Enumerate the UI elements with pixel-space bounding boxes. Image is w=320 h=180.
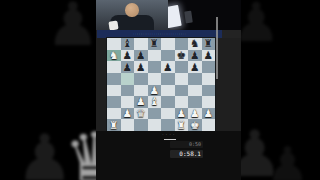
square-g8[interactable]: ♞ (188, 38, 202, 50)
square-f7[interactable]: ♚ (175, 50, 189, 62)
square-g3[interactable] (188, 96, 202, 108)
room-camera (168, 0, 241, 30)
piece-white-pawn[interactable]: ♟ (136, 96, 145, 107)
chess-board[interactable]: ♝♜♞♜♞♟♟♚♟♟♟♟♟♟♟♟♝♟♛♟♟♟♜♜♚ (107, 38, 215, 131)
square-b2[interactable]: ♟ (121, 108, 135, 120)
board-resize-handle[interactable] (216, 17, 218, 79)
piece-black-pawn[interactable]: ♟ (123, 50, 132, 61)
square-f8[interactable] (175, 38, 189, 50)
piece-black-pawn[interactable]: ♟ (190, 62, 199, 73)
move-underline (164, 139, 176, 140)
square-g1[interactable]: ♚ (188, 119, 202, 131)
piece-black-pawn[interactable]: ♟ (204, 50, 213, 61)
square-d8[interactable]: ♜ (148, 38, 162, 50)
piece-white-knight[interactable]: ♞ (109, 50, 118, 61)
square-a6[interactable] (107, 61, 121, 73)
player-clock: 0:58.1 (170, 150, 203, 158)
square-g7[interactable]: ♟ (188, 50, 202, 62)
piece-black-pawn[interactable]: ♟ (136, 62, 145, 73)
square-a3[interactable] (107, 96, 121, 108)
square-e5[interactable] (161, 73, 175, 85)
piece-black-knight[interactable]: ♞ (190, 38, 199, 49)
square-a5[interactable] (107, 73, 121, 85)
opponent-clock: 0:50 (170, 141, 203, 148)
square-d3[interactable]: ♝ (148, 96, 162, 108)
piece-black-bishop[interactable]: ♝ (123, 38, 132, 49)
piece-black-pawn[interactable]: ♟ (163, 62, 172, 73)
piece-black-rook[interactable]: ♜ (204, 38, 213, 49)
square-g2[interactable]: ♟ (188, 108, 202, 120)
square-d1[interactable] (148, 119, 162, 131)
webcam-strip (96, 0, 241, 30)
square-f1[interactable]: ♜ (175, 119, 189, 131)
streamer-webcam (96, 0, 168, 30)
square-d2[interactable] (148, 108, 162, 120)
square-b4[interactable] (121, 85, 135, 97)
square-h3[interactable] (202, 96, 216, 108)
background-pawn-silhouette: ♟ (46, 0, 100, 54)
piece-white-pawn[interactable]: ♟ (177, 108, 186, 119)
piece-white-rook[interactable]: ♜ (177, 120, 186, 131)
square-h4[interactable] (202, 85, 216, 97)
square-b6[interactable]: ♟ (121, 61, 135, 73)
square-f6[interactable] (175, 61, 189, 73)
square-f2[interactable]: ♟ (175, 108, 189, 120)
square-d7[interactable] (148, 50, 162, 62)
piece-white-pawn[interactable]: ♟ (190, 108, 199, 119)
piece-black-pawn[interactable]: ♟ (190, 50, 199, 61)
banner-stub (222, 30, 241, 38)
square-c6[interactable]: ♟ (134, 61, 148, 73)
streamer-head (125, 3, 139, 17)
square-a4[interactable] (107, 85, 121, 97)
square-g5[interactable] (188, 73, 202, 85)
square-a1[interactable]: ♜ (107, 119, 121, 131)
piece-black-pawn[interactable]: ♟ (136, 50, 145, 61)
square-b1[interactable] (121, 119, 135, 131)
square-c8[interactable] (134, 38, 148, 50)
square-c4[interactable] (134, 85, 148, 97)
square-h5[interactable] (202, 73, 216, 85)
square-h2[interactable]: ♟ (202, 108, 216, 120)
square-f5[interactable] (175, 73, 189, 85)
piece-white-queen[interactable]: ♛ (136, 108, 145, 119)
monitor-reflection (184, 11, 193, 24)
square-e2[interactable] (161, 108, 175, 120)
square-b3[interactable] (121, 96, 135, 108)
square-b8[interactable]: ♝ (121, 38, 135, 50)
piece-white-pawn[interactable]: ♟ (123, 108, 132, 119)
square-e6[interactable]: ♟ (161, 61, 175, 73)
square-c2[interactable]: ♛ (134, 108, 148, 120)
square-c3[interactable]: ♟ (134, 96, 148, 108)
square-a2[interactable] (107, 108, 121, 120)
piece-white-pawn[interactable]: ♟ (150, 85, 159, 96)
square-e3[interactable] (161, 96, 175, 108)
square-d5[interactable] (148, 73, 162, 85)
square-b5[interactable] (121, 73, 135, 85)
piece-black-rook[interactable]: ♜ (150, 38, 159, 49)
square-h1[interactable] (202, 119, 216, 131)
square-a7[interactable]: ♞ (107, 50, 121, 62)
square-g4[interactable] (188, 85, 202, 97)
piece-white-rook[interactable]: ♜ (109, 120, 118, 131)
square-h6[interactable] (202, 61, 216, 73)
mug (108, 20, 118, 30)
video-frame: ♟♟♟♛♟♟ · · · · · · · · · · · · · · · · ·… (0, 0, 320, 180)
title-banner: · · · · · · · · · · · · · · · · · · · · … (97, 30, 222, 38)
square-e4[interactable] (161, 85, 175, 97)
square-a8[interactable] (107, 38, 121, 50)
stream-column: · · · · · · · · · · · · · · · · · · · · … (96, 0, 241, 180)
square-c7[interactable]: ♟ (134, 50, 148, 62)
piece-black-pawn[interactable]: ♟ (123, 62, 132, 73)
square-f3[interactable] (175, 96, 189, 108)
piece-white-pawn[interactable]: ♟ (204, 108, 213, 119)
square-f4[interactable] (175, 85, 189, 97)
banner-text: · · · · · · · · · · · · · · · · · · · · … (133, 33, 185, 36)
square-e8[interactable] (161, 38, 175, 50)
square-d4[interactable]: ♟ (148, 85, 162, 97)
move-text: · · · · (96, 133, 241, 137)
square-h8[interactable]: ♜ (202, 38, 216, 50)
square-g6[interactable]: ♟ (188, 61, 202, 73)
below-board-panel: · · · · 0:50 0:58.1 (96, 131, 241, 180)
piece-black-king[interactable]: ♚ (177, 50, 186, 61)
monitor-screen (168, 5, 182, 28)
square-d6[interactable] (148, 61, 162, 73)
square-e1[interactable] (161, 119, 175, 131)
square-c5[interactable] (134, 73, 148, 85)
square-h7[interactable]: ♟ (202, 50, 216, 62)
background-pawn-silhouette: ♟ (266, 140, 309, 180)
square-b7[interactable]: ♟ (121, 50, 135, 62)
piece-white-bishop[interactable]: ♝ (150, 96, 159, 107)
square-c1[interactable] (134, 119, 148, 131)
square-e7[interactable] (161, 50, 175, 62)
piece-white-king[interactable]: ♚ (190, 120, 199, 131)
